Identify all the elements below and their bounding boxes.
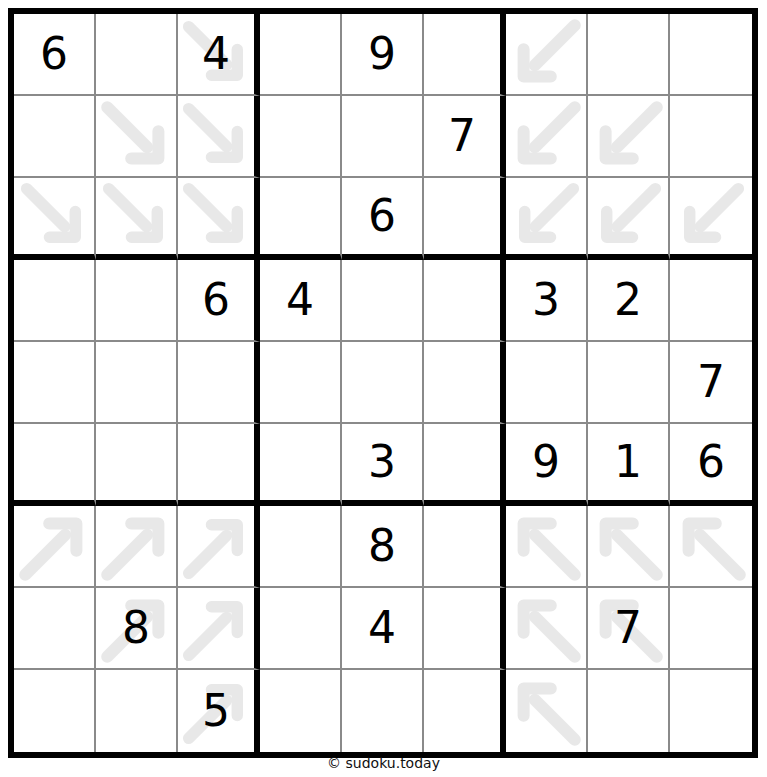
arrow-down-left-icon — [670, 178, 752, 254]
given-digit: 4 — [368, 606, 396, 650]
cell-r7c7[interactable] — [506, 506, 588, 588]
arrow-up-right-icon — [178, 588, 254, 668]
cell-r9c5[interactable] — [342, 670, 424, 752]
cell-r1c3[interactable]: 4 — [178, 14, 260, 96]
cell-r8c4[interactable] — [260, 588, 342, 670]
cell-r9c2[interactable] — [96, 670, 178, 752]
cell-r7c4[interactable] — [260, 506, 342, 588]
cell-r3c9[interactable] — [670, 178, 752, 260]
arrow-down-left-icon — [588, 178, 668, 254]
cell-r4c2[interactable] — [96, 260, 178, 342]
cell-r4c6[interactable] — [424, 260, 506, 342]
cell-r4c7[interactable]: 3 — [506, 260, 588, 342]
cell-r9c8[interactable] — [588, 670, 670, 752]
cell-r2c6[interactable]: 7 — [424, 96, 506, 178]
arrow-up-left-icon — [506, 588, 586, 668]
cell-r5c7[interactable] — [506, 342, 588, 424]
given-digit: 3 — [368, 440, 396, 484]
cell-r8c9[interactable] — [670, 588, 752, 670]
cell-r2c4[interactable] — [260, 96, 342, 178]
given-digit: 4 — [286, 278, 314, 322]
given-digit: 9 — [368, 32, 396, 76]
cell-r3c7[interactable] — [506, 178, 588, 260]
cell-r7c6[interactable] — [424, 506, 506, 588]
cell-r9c6[interactable] — [424, 670, 506, 752]
cell-r6c2[interactable] — [96, 424, 178, 506]
cell-r3c1[interactable] — [14, 178, 96, 260]
cell-r7c1[interactable] — [14, 506, 96, 588]
given-digit: 4 — [202, 32, 230, 76]
arrow-down-left-icon — [588, 96, 668, 176]
cell-r1c2[interactable] — [96, 14, 178, 96]
cell-r3c3[interactable] — [178, 178, 260, 260]
cell-r5c5[interactable] — [342, 342, 424, 424]
cell-r5c6[interactable] — [424, 342, 506, 424]
arrow-up-left-icon — [670, 506, 752, 586]
arrow-down-right-icon — [14, 178, 94, 254]
given-digit: 7 — [614, 606, 642, 650]
cell-r3c2[interactable] — [96, 178, 178, 260]
cell-r9c9[interactable] — [670, 670, 752, 752]
given-digit: 6 — [40, 32, 68, 76]
cell-r4c8[interactable]: 2 — [588, 260, 670, 342]
given-digit: 5 — [202, 689, 230, 733]
given-digit: 9 — [532, 440, 560, 484]
cell-r4c3[interactable]: 6 — [178, 260, 260, 342]
given-digit: 6 — [202, 278, 230, 322]
cell-r1c4[interactable] — [260, 14, 342, 96]
arrow-up-right-icon — [14, 506, 94, 586]
cell-r1c8[interactable] — [588, 14, 670, 96]
cell-r5c8[interactable] — [588, 342, 670, 424]
arrow-down-right-icon — [178, 96, 254, 176]
sudoku-board: 6497664327391688475 — [8, 8, 758, 758]
cell-r5c4[interactable] — [260, 342, 342, 424]
arrow-down-left-icon — [506, 96, 586, 176]
arrow-up-right-icon — [96, 506, 176, 586]
cell-r4c5[interactable] — [342, 260, 424, 342]
arrow-up-right-icon — [178, 506, 254, 586]
arrow-up-left-icon — [506, 506, 586, 586]
cell-r2c5[interactable] — [342, 96, 424, 178]
cell-r2c1[interactable] — [14, 96, 96, 178]
given-digit: 8 — [122, 606, 150, 650]
cell-r4c4[interactable]: 4 — [260, 260, 342, 342]
cell-r5c2[interactable] — [96, 342, 178, 424]
cell-r6c9[interactable]: 6 — [670, 424, 752, 506]
cell-r8c6[interactable] — [424, 588, 506, 670]
cell-r1c5[interactable]: 9 — [342, 14, 424, 96]
cell-r8c5[interactable]: 4 — [342, 588, 424, 670]
cell-r3c4[interactable] — [260, 178, 342, 260]
cell-r9c1[interactable] — [14, 670, 96, 752]
cell-r2c8[interactable] — [588, 96, 670, 178]
cell-r6c4[interactable] — [260, 424, 342, 506]
cell-r8c3[interactable] — [178, 588, 260, 670]
cell-r7c3[interactable] — [178, 506, 260, 588]
cell-r6c8[interactable]: 1 — [588, 424, 670, 506]
given-digit: 6 — [697, 440, 725, 484]
cell-r8c7[interactable] — [506, 588, 588, 670]
cell-r1c6[interactable] — [424, 14, 506, 96]
cell-r3c6[interactable] — [424, 178, 506, 260]
cell-r7c8[interactable] — [588, 506, 670, 588]
given-digit: 7 — [697, 360, 725, 404]
cell-r7c5[interactable]: 8 — [342, 506, 424, 588]
arrow-up-left-icon — [506, 670, 586, 752]
cell-r5c1[interactable] — [14, 342, 96, 424]
cell-r8c8[interactable]: 7 — [588, 588, 670, 670]
cell-r3c8[interactable] — [588, 178, 670, 260]
arrow-down-left-icon — [506, 14, 586, 94]
cell-r7c9[interactable] — [670, 506, 752, 588]
cell-r4c9[interactable] — [670, 260, 752, 342]
cell-r4c1[interactable] — [14, 260, 96, 342]
cell-r6c1[interactable] — [14, 424, 96, 506]
cell-r2c2[interactable] — [96, 96, 178, 178]
given-digit: 1 — [614, 440, 642, 484]
cell-r1c7[interactable] — [506, 14, 588, 96]
given-digit: 8 — [368, 524, 396, 568]
given-digit: 3 — [532, 278, 560, 322]
cell-r6c5[interactable]: 3 — [342, 424, 424, 506]
cell-r3c5[interactable]: 6 — [342, 178, 424, 260]
cell-r6c3[interactable] — [178, 424, 260, 506]
cell-r5c3[interactable] — [178, 342, 260, 424]
cell-r9c4[interactable] — [260, 670, 342, 752]
cell-r9c3[interactable]: 5 — [178, 670, 260, 752]
cell-r6c7[interactable]: 9 — [506, 424, 588, 506]
arrow-down-left-icon — [506, 178, 586, 254]
cell-r1c1[interactable]: 6 — [14, 14, 96, 96]
cell-r6c6[interactable] — [424, 424, 506, 506]
arrow-down-right-icon — [178, 178, 254, 254]
given-digit: 2 — [614, 278, 642, 322]
cell-r5c9[interactable]: 7 — [670, 342, 752, 424]
cell-r8c1[interactable] — [14, 588, 96, 670]
credit: © sudoku.today — [0, 755, 767, 771]
arrow-up-left-icon — [588, 506, 668, 586]
cell-r2c9[interactable] — [670, 96, 752, 178]
arrow-down-right-icon — [96, 96, 176, 176]
given-digit: 6 — [368, 194, 396, 238]
cell-r9c7[interactable] — [506, 670, 588, 752]
arrow-down-right-icon — [96, 178, 176, 254]
cell-r2c3[interactable] — [178, 96, 260, 178]
cell-r8c2[interactable]: 8 — [96, 588, 178, 670]
cell-r7c2[interactable] — [96, 506, 178, 588]
cell-r1c9[interactable] — [670, 14, 752, 96]
cell-r2c7[interactable] — [506, 96, 588, 178]
given-digit: 7 — [448, 114, 476, 158]
